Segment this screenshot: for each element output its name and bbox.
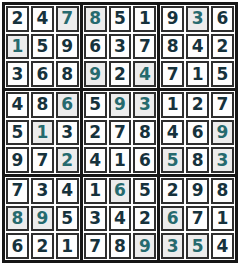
cell-r1c6[interactable]: 1 bbox=[133, 6, 156, 32]
cell-r1c8[interactable]: 3 bbox=[186, 6, 209, 32]
cell-r2c4[interactable]: 6 bbox=[84, 34, 107, 60]
cell-r6c3[interactable]: 2 bbox=[56, 147, 79, 173]
box-1: 247159368 bbox=[5, 5, 80, 88]
cell-r9c4[interactable]: 7 bbox=[84, 233, 107, 259]
cell-r5c7[interactable]: 4 bbox=[161, 120, 184, 146]
cell-r9c1[interactable]: 6 bbox=[6, 233, 29, 259]
cell-r7c2[interactable]: 3 bbox=[31, 178, 54, 204]
box-9: 298671354 bbox=[160, 177, 235, 260]
cell-r2c2[interactable]: 5 bbox=[31, 34, 54, 60]
cell-r5c6[interactable]: 8 bbox=[133, 120, 156, 146]
cell-r3c1[interactable]: 3 bbox=[6, 61, 29, 87]
cell-r5c4[interactable]: 2 bbox=[84, 120, 107, 146]
cell-r8c2[interactable]: 9 bbox=[31, 206, 54, 232]
cell-r1c7[interactable]: 9 bbox=[161, 6, 184, 32]
cell-r7c3[interactable]: 4 bbox=[56, 178, 79, 204]
cell-r9c7[interactable]: 3 bbox=[161, 233, 184, 259]
cell-r1c3[interactable]: 7 bbox=[56, 6, 79, 32]
cell-r3c2[interactable]: 6 bbox=[31, 61, 54, 87]
cell-r4c2[interactable]: 8 bbox=[31, 92, 54, 118]
cell-r9c6[interactable]: 9 bbox=[133, 233, 156, 259]
cell-r7c8[interactable]: 9 bbox=[186, 178, 209, 204]
box-7: 734895621 bbox=[5, 177, 80, 260]
cell-r2c9[interactable]: 2 bbox=[211, 34, 234, 60]
cell-r6c6[interactable]: 6 bbox=[133, 147, 156, 173]
cell-r5c9[interactable]: 9 bbox=[211, 120, 234, 146]
cell-r1c5[interactable]: 5 bbox=[109, 6, 132, 32]
cell-r2c6[interactable]: 7 bbox=[133, 34, 156, 60]
cell-r6c7[interactable]: 5 bbox=[161, 147, 184, 173]
cell-r9c8[interactable]: 5 bbox=[186, 233, 209, 259]
cell-r2c7[interactable]: 8 bbox=[161, 34, 184, 60]
cell-r5c2[interactable]: 1 bbox=[31, 120, 54, 146]
cell-r8c1[interactable]: 8 bbox=[6, 206, 29, 232]
cell-r7c5[interactable]: 6 bbox=[109, 178, 132, 204]
cell-r3c8[interactable]: 1 bbox=[186, 61, 209, 87]
box-6: 127469583 bbox=[160, 91, 235, 174]
cell-r6c8[interactable]: 8 bbox=[186, 147, 209, 173]
cell-r9c2[interactable]: 2 bbox=[31, 233, 54, 259]
sudoku-board: 2471593688516379249368427154865139725932… bbox=[2, 2, 238, 263]
cell-r4c1[interactable]: 4 bbox=[6, 92, 29, 118]
cell-r5c8[interactable]: 6 bbox=[186, 120, 209, 146]
cell-r4c6[interactable]: 3 bbox=[133, 92, 156, 118]
cell-r6c9[interactable]: 3 bbox=[211, 147, 234, 173]
box-4: 486513972 bbox=[5, 91, 80, 174]
box-2: 851637924 bbox=[83, 5, 158, 88]
cell-r2c3[interactable]: 9 bbox=[56, 34, 79, 60]
box-5: 593278416 bbox=[83, 91, 158, 174]
cell-r5c1[interactable]: 5 bbox=[6, 120, 29, 146]
cell-r2c5[interactable]: 3 bbox=[109, 34, 132, 60]
cell-r4c3[interactable]: 6 bbox=[56, 92, 79, 118]
cell-r7c6[interactable]: 5 bbox=[133, 178, 156, 204]
cell-r4c7[interactable]: 1 bbox=[161, 92, 184, 118]
cell-r8c5[interactable]: 4 bbox=[109, 206, 132, 232]
cell-r3c5[interactable]: 2 bbox=[109, 61, 132, 87]
cell-r6c2[interactable]: 7 bbox=[31, 147, 54, 173]
cell-r3c7[interactable]: 7 bbox=[161, 61, 184, 87]
cell-r8c4[interactable]: 3 bbox=[84, 206, 107, 232]
box-3: 936842715 bbox=[160, 5, 235, 88]
cell-r6c5[interactable]: 1 bbox=[109, 147, 132, 173]
cell-r2c1[interactable]: 1 bbox=[6, 34, 29, 60]
cell-r3c3[interactable]: 8 bbox=[56, 61, 79, 87]
cell-r9c3[interactable]: 1 bbox=[56, 233, 79, 259]
cell-r9c9[interactable]: 4 bbox=[211, 233, 234, 259]
cell-r8c9[interactable]: 1 bbox=[211, 206, 234, 232]
cell-r4c4[interactable]: 5 bbox=[84, 92, 107, 118]
cell-r3c4[interactable]: 9 bbox=[84, 61, 107, 87]
cell-r8c7[interactable]: 6 bbox=[161, 206, 184, 232]
cell-r1c1[interactable]: 2 bbox=[6, 6, 29, 32]
cell-r9c5[interactable]: 8 bbox=[109, 233, 132, 259]
cell-r1c2[interactable]: 4 bbox=[31, 6, 54, 32]
box-8: 165342789 bbox=[83, 177, 158, 260]
cell-r4c9[interactable]: 7 bbox=[211, 92, 234, 118]
cell-r8c8[interactable]: 7 bbox=[186, 206, 209, 232]
cell-r6c4[interactable]: 4 bbox=[84, 147, 107, 173]
cell-r4c5[interactable]: 9 bbox=[109, 92, 132, 118]
cell-r8c6[interactable]: 2 bbox=[133, 206, 156, 232]
cell-r7c9[interactable]: 8 bbox=[211, 178, 234, 204]
cell-r7c1[interactable]: 7 bbox=[6, 178, 29, 204]
cell-r1c9[interactable]: 6 bbox=[211, 6, 234, 32]
cell-r5c5[interactable]: 7 bbox=[109, 120, 132, 146]
cell-r7c7[interactable]: 2 bbox=[161, 178, 184, 204]
cell-r3c9[interactable]: 5 bbox=[211, 61, 234, 87]
cell-r8c3[interactable]: 5 bbox=[56, 206, 79, 232]
cell-r4c8[interactable]: 2 bbox=[186, 92, 209, 118]
cell-r1c4[interactable]: 8 bbox=[84, 6, 107, 32]
cell-r2c8[interactable]: 4 bbox=[186, 34, 209, 60]
cell-r7c4[interactable]: 1 bbox=[84, 178, 107, 204]
cell-r3c6[interactable]: 4 bbox=[133, 61, 156, 87]
cell-r6c1[interactable]: 9 bbox=[6, 147, 29, 173]
cell-r5c3[interactable]: 3 bbox=[56, 120, 79, 146]
